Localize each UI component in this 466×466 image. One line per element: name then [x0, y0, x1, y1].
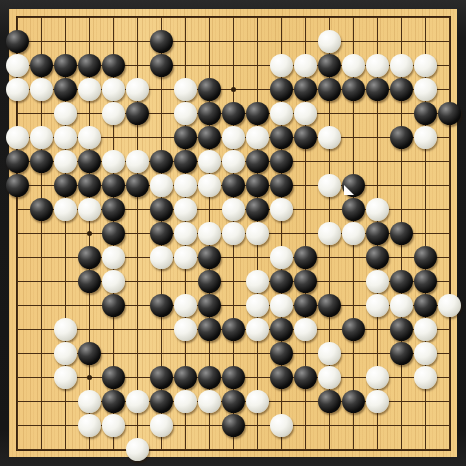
intersection-m5[interactable]	[293, 341, 317, 365]
intersection-o17[interactable]	[341, 53, 365, 77]
intersection-s18[interactable]	[437, 29, 461, 53]
intersection-f6[interactable]	[125, 317, 149, 341]
intersection-p2[interactable]	[365, 413, 389, 437]
intersection-o14[interactable]	[341, 125, 365, 149]
intersection-d5[interactable]	[77, 341, 101, 365]
intersection-c3[interactable]	[53, 389, 77, 413]
intersection-f12[interactable]	[125, 173, 149, 197]
intersection-p15[interactable]	[365, 101, 389, 125]
intersection-n19[interactable]	[317, 5, 341, 29]
intersection-d1[interactable]	[77, 437, 101, 461]
intersection-i1[interactable]	[197, 437, 221, 461]
intersection-d17[interactable]	[77, 53, 101, 77]
intersection-d18[interactable]	[77, 29, 101, 53]
intersection-k16[interactable]	[245, 77, 269, 101]
intersection-b17[interactable]	[29, 53, 53, 77]
intersection-o13[interactable]	[341, 149, 365, 173]
intersection-l10[interactable]	[269, 221, 293, 245]
intersection-k14[interactable]	[245, 125, 269, 149]
intersection-k15[interactable]	[245, 101, 269, 125]
intersection-g7[interactable]	[149, 293, 173, 317]
intersection-s17[interactable]	[437, 53, 461, 77]
intersection-c17[interactable]	[53, 53, 77, 77]
intersection-g5[interactable]	[149, 341, 173, 365]
intersection-f15[interactable]	[125, 101, 149, 125]
intersection-i2[interactable]	[197, 413, 221, 437]
intersection-s13[interactable]	[437, 149, 461, 173]
intersection-s10[interactable]	[437, 221, 461, 245]
intersection-m1[interactable]	[293, 437, 317, 461]
intersection-g17[interactable]	[149, 53, 173, 77]
intersection-m8[interactable]	[293, 269, 317, 293]
intersection-o1[interactable]	[341, 437, 365, 461]
intersection-k1[interactable]	[245, 437, 269, 461]
intersection-h19[interactable]	[173, 5, 197, 29]
intersection-i17[interactable]	[197, 53, 221, 77]
intersection-f13[interactable]	[125, 149, 149, 173]
intersection-j16[interactable]	[221, 77, 245, 101]
intersection-d4[interactable]	[77, 365, 101, 389]
intersection-s16[interactable]	[437, 77, 461, 101]
intersection-h9[interactable]	[173, 245, 197, 269]
intersection-r11[interactable]	[413, 197, 437, 221]
intersection-a16[interactable]	[5, 77, 29, 101]
intersection-r4[interactable]	[413, 365, 437, 389]
intersection-c2[interactable]	[53, 413, 77, 437]
intersection-r10[interactable]	[413, 221, 437, 245]
intersection-m3[interactable]	[293, 389, 317, 413]
intersection-m10[interactable]	[293, 221, 317, 245]
intersection-c16[interactable]	[53, 77, 77, 101]
intersection-k3[interactable]	[245, 389, 269, 413]
intersection-a5[interactable]	[5, 341, 29, 365]
intersection-l18[interactable]	[269, 29, 293, 53]
intersection-p9[interactable]	[365, 245, 389, 269]
intersection-k18[interactable]	[245, 29, 269, 53]
intersection-h5[interactable]	[173, 341, 197, 365]
intersection-o19[interactable]	[341, 5, 365, 29]
intersection-f2[interactable]	[125, 413, 149, 437]
intersection-p8[interactable]	[365, 269, 389, 293]
intersection-e1[interactable]	[101, 437, 125, 461]
intersection-f11[interactable]	[125, 197, 149, 221]
intersection-r8[interactable]	[413, 269, 437, 293]
intersection-l16[interactable]	[269, 77, 293, 101]
intersection-o12[interactable]	[341, 173, 365, 197]
intersection-b9[interactable]	[29, 245, 53, 269]
intersection-b13[interactable]	[29, 149, 53, 173]
intersection-j1[interactable]	[221, 437, 245, 461]
intersection-s2[interactable]	[437, 413, 461, 437]
intersection-e16[interactable]	[101, 77, 125, 101]
intersection-h3[interactable]	[173, 389, 197, 413]
intersection-g14[interactable]	[149, 125, 173, 149]
intersection-n13[interactable]	[317, 149, 341, 173]
intersection-l19[interactable]	[269, 5, 293, 29]
intersection-f16[interactable]	[125, 77, 149, 101]
intersection-e14[interactable]	[101, 125, 125, 149]
intersection-o10[interactable]	[341, 221, 365, 245]
intersection-o3[interactable]	[341, 389, 365, 413]
intersection-o9[interactable]	[341, 245, 365, 269]
intersection-n1[interactable]	[317, 437, 341, 461]
intersection-h1[interactable]	[173, 437, 197, 461]
intersection-n9[interactable]	[317, 245, 341, 269]
intersection-r14[interactable]	[413, 125, 437, 149]
intersection-r16[interactable]	[413, 77, 437, 101]
intersection-e3[interactable]	[101, 389, 125, 413]
intersection-k11[interactable]	[245, 197, 269, 221]
intersection-q16[interactable]	[389, 77, 413, 101]
intersection-j11[interactable]	[221, 197, 245, 221]
intersection-s12[interactable]	[437, 173, 461, 197]
intersection-b18[interactable]	[29, 29, 53, 53]
intersection-q19[interactable]	[389, 5, 413, 29]
intersection-b15[interactable]	[29, 101, 53, 125]
intersection-b8[interactable]	[29, 269, 53, 293]
intersection-r13[interactable]	[413, 149, 437, 173]
intersection-d12[interactable]	[77, 173, 101, 197]
intersection-g11[interactable]	[149, 197, 173, 221]
intersection-s1[interactable]	[437, 437, 461, 461]
intersection-f14[interactable]	[125, 125, 149, 149]
intersection-l6[interactable]	[269, 317, 293, 341]
intersection-f10[interactable]	[125, 221, 149, 245]
intersection-k10[interactable]	[245, 221, 269, 245]
intersection-h11[interactable]	[173, 197, 197, 221]
intersection-g16[interactable]	[149, 77, 173, 101]
intersection-g8[interactable]	[149, 269, 173, 293]
intersection-b10[interactable]	[29, 221, 53, 245]
intersection-b16[interactable]	[29, 77, 53, 101]
intersection-m11[interactable]	[293, 197, 317, 221]
intersection-r3[interactable]	[413, 389, 437, 413]
intersection-j13[interactable]	[221, 149, 245, 173]
intersection-j15[interactable]	[221, 101, 245, 125]
intersection-d16[interactable]	[77, 77, 101, 101]
intersection-j4[interactable]	[221, 365, 245, 389]
intersection-k7[interactable]	[245, 293, 269, 317]
intersection-g19[interactable]	[149, 5, 173, 29]
intersection-i3[interactable]	[197, 389, 221, 413]
intersection-l1[interactable]	[269, 437, 293, 461]
intersection-e6[interactable]	[101, 317, 125, 341]
intersection-f18[interactable]	[125, 29, 149, 53]
intersection-a19[interactable]	[5, 5, 29, 29]
intersection-g6[interactable]	[149, 317, 173, 341]
intersection-i15[interactable]	[197, 101, 221, 125]
intersection-i10[interactable]	[197, 221, 221, 245]
intersection-q4[interactable]	[389, 365, 413, 389]
intersection-i14[interactable]	[197, 125, 221, 149]
intersection-a17[interactable]	[5, 53, 29, 77]
intersection-k19[interactable]	[245, 5, 269, 29]
intersection-p18[interactable]	[365, 29, 389, 53]
intersection-n14[interactable]	[317, 125, 341, 149]
intersection-i5[interactable]	[197, 341, 221, 365]
intersection-o4[interactable]	[341, 365, 365, 389]
intersection-q1[interactable]	[389, 437, 413, 461]
intersection-q9[interactable]	[389, 245, 413, 269]
intersection-c19[interactable]	[53, 5, 77, 29]
intersection-s9[interactable]	[437, 245, 461, 269]
intersection-h6[interactable]	[173, 317, 197, 341]
intersection-e8[interactable]	[101, 269, 125, 293]
intersection-l17[interactable]	[269, 53, 293, 77]
intersection-e10[interactable]	[101, 221, 125, 245]
intersection-n2[interactable]	[317, 413, 341, 437]
intersection-g9[interactable]	[149, 245, 173, 269]
intersection-h10[interactable]	[173, 221, 197, 245]
intersection-r12[interactable]	[413, 173, 437, 197]
intersection-g2[interactable]	[149, 413, 173, 437]
intersection-n5[interactable]	[317, 341, 341, 365]
intersection-m19[interactable]	[293, 5, 317, 29]
intersection-p11[interactable]	[365, 197, 389, 221]
intersection-a10[interactable]	[5, 221, 29, 245]
intersection-l14[interactable]	[269, 125, 293, 149]
intersection-e9[interactable]	[101, 245, 125, 269]
intersection-s15[interactable]	[437, 101, 461, 125]
intersection-s3[interactable]	[437, 389, 461, 413]
intersection-q2[interactable]	[389, 413, 413, 437]
intersection-f4[interactable]	[125, 365, 149, 389]
intersection-s4[interactable]	[437, 365, 461, 389]
intersection-p3[interactable]	[365, 389, 389, 413]
intersection-q6[interactable]	[389, 317, 413, 341]
intersection-r17[interactable]	[413, 53, 437, 77]
intersection-i4[interactable]	[197, 365, 221, 389]
intersection-k9[interactable]	[245, 245, 269, 269]
intersection-h8[interactable]	[173, 269, 197, 293]
intersection-k4[interactable]	[245, 365, 269, 389]
intersection-a7[interactable]	[5, 293, 29, 317]
intersection-f19[interactable]	[125, 5, 149, 29]
intersection-j10[interactable]	[221, 221, 245, 245]
intersection-s14[interactable]	[437, 125, 461, 149]
intersection-a15[interactable]	[5, 101, 29, 125]
intersection-c6[interactable]	[53, 317, 77, 341]
intersection-g10[interactable]	[149, 221, 173, 245]
intersection-l4[interactable]	[269, 365, 293, 389]
intersection-d19[interactable]	[77, 5, 101, 29]
intersection-p10[interactable]	[365, 221, 389, 245]
intersection-r9[interactable]	[413, 245, 437, 269]
intersection-n15[interactable]	[317, 101, 341, 125]
intersection-n16[interactable]	[317, 77, 341, 101]
intersection-e2[interactable]	[101, 413, 125, 437]
intersection-e15[interactable]	[101, 101, 125, 125]
intersection-i16[interactable]	[197, 77, 221, 101]
intersection-s6[interactable]	[437, 317, 461, 341]
intersection-f1[interactable]	[125, 437, 149, 461]
intersection-a2[interactable]	[5, 413, 29, 437]
intersection-r6[interactable]	[413, 317, 437, 341]
intersection-p13[interactable]	[365, 149, 389, 173]
intersection-c11[interactable]	[53, 197, 77, 221]
intersection-q3[interactable]	[389, 389, 413, 413]
intersection-p7[interactable]	[365, 293, 389, 317]
intersection-j8[interactable]	[221, 269, 245, 293]
intersection-l11[interactable]	[269, 197, 293, 221]
intersection-r1[interactable]	[413, 437, 437, 461]
intersection-j17[interactable]	[221, 53, 245, 77]
intersection-l8[interactable]	[269, 269, 293, 293]
intersection-b3[interactable]	[29, 389, 53, 413]
intersection-s8[interactable]	[437, 269, 461, 293]
intersection-o6[interactable]	[341, 317, 365, 341]
intersection-m17[interactable]	[293, 53, 317, 77]
intersection-k8[interactable]	[245, 269, 269, 293]
intersection-e12[interactable]	[101, 173, 125, 197]
intersection-q12[interactable]	[389, 173, 413, 197]
intersection-g12[interactable]	[149, 173, 173, 197]
intersection-p14[interactable]	[365, 125, 389, 149]
intersection-f17[interactable]	[125, 53, 149, 77]
intersection-c7[interactable]	[53, 293, 77, 317]
intersection-n11[interactable]	[317, 197, 341, 221]
intersection-a11[interactable]	[5, 197, 29, 221]
intersection-o5[interactable]	[341, 341, 365, 365]
intersection-c14[interactable]	[53, 125, 77, 149]
intersection-h17[interactable]	[173, 53, 197, 77]
intersection-s11[interactable]	[437, 197, 461, 221]
intersection-a18[interactable]	[5, 29, 29, 53]
intersection-h7[interactable]	[173, 293, 197, 317]
intersection-h16[interactable]	[173, 77, 197, 101]
intersection-p4[interactable]	[365, 365, 389, 389]
intersection-e13[interactable]	[101, 149, 125, 173]
intersection-i18[interactable]	[197, 29, 221, 53]
intersection-b2[interactable]	[29, 413, 53, 437]
intersection-k2[interactable]	[245, 413, 269, 437]
intersection-r15[interactable]	[413, 101, 437, 125]
intersection-m15[interactable]	[293, 101, 317, 125]
intersection-c1[interactable]	[53, 437, 77, 461]
intersection-g13[interactable]	[149, 149, 173, 173]
intersection-d2[interactable]	[77, 413, 101, 437]
intersection-h4[interactable]	[173, 365, 197, 389]
intersection-b19[interactable]	[29, 5, 53, 29]
intersection-l13[interactable]	[269, 149, 293, 173]
intersection-l5[interactable]	[269, 341, 293, 365]
intersection-o15[interactable]	[341, 101, 365, 125]
intersection-c8[interactable]	[53, 269, 77, 293]
intersection-j19[interactable]	[221, 5, 245, 29]
intersection-m18[interactable]	[293, 29, 317, 53]
intersection-g18[interactable]	[149, 29, 173, 53]
intersection-f9[interactable]	[125, 245, 149, 269]
intersection-h15[interactable]	[173, 101, 197, 125]
intersection-c13[interactable]	[53, 149, 77, 173]
intersection-f3[interactable]	[125, 389, 149, 413]
intersection-n12[interactable]	[317, 173, 341, 197]
intersection-n4[interactable]	[317, 365, 341, 389]
intersection-q7[interactable]	[389, 293, 413, 317]
intersection-q8[interactable]	[389, 269, 413, 293]
intersection-g1[interactable]	[149, 437, 173, 461]
intersection-b12[interactable]	[29, 173, 53, 197]
intersection-i6[interactable]	[197, 317, 221, 341]
intersection-a13[interactable]	[5, 149, 29, 173]
intersection-b4[interactable]	[29, 365, 53, 389]
intersection-j6[interactable]	[221, 317, 245, 341]
intersection-g3[interactable]	[149, 389, 173, 413]
intersection-q13[interactable]	[389, 149, 413, 173]
intersection-f5[interactable]	[125, 341, 149, 365]
intersection-i13[interactable]	[197, 149, 221, 173]
intersection-e4[interactable]	[101, 365, 125, 389]
intersection-e18[interactable]	[101, 29, 125, 53]
intersection-r2[interactable]	[413, 413, 437, 437]
intersection-c15[interactable]	[53, 101, 77, 125]
intersection-i9[interactable]	[197, 245, 221, 269]
intersection-a1[interactable]	[5, 437, 29, 461]
intersection-d6[interactable]	[77, 317, 101, 341]
intersection-h14[interactable]	[173, 125, 197, 149]
intersection-f8[interactable]	[125, 269, 149, 293]
intersection-p1[interactable]	[365, 437, 389, 461]
intersection-c10[interactable]	[53, 221, 77, 245]
intersection-n10[interactable]	[317, 221, 341, 245]
intersection-d13[interactable]	[77, 149, 101, 173]
intersection-n17[interactable]	[317, 53, 341, 77]
intersection-p17[interactable]	[365, 53, 389, 77]
intersection-n7[interactable]	[317, 293, 341, 317]
intersection-n18[interactable]	[317, 29, 341, 53]
intersection-j12[interactable]	[221, 173, 245, 197]
intersection-j5[interactable]	[221, 341, 245, 365]
intersection-q11[interactable]	[389, 197, 413, 221]
intersection-l15[interactable]	[269, 101, 293, 125]
intersection-e11[interactable]	[101, 197, 125, 221]
intersection-o8[interactable]	[341, 269, 365, 293]
intersection-n3[interactable]	[317, 389, 341, 413]
intersection-n8[interactable]	[317, 269, 341, 293]
intersection-g15[interactable]	[149, 101, 173, 125]
intersection-j3[interactable]	[221, 389, 245, 413]
intersection-n6[interactable]	[317, 317, 341, 341]
intersection-d15[interactable]	[77, 101, 101, 125]
intersection-d11[interactable]	[77, 197, 101, 221]
intersection-e19[interactable]	[101, 5, 125, 29]
intersection-c12[interactable]	[53, 173, 77, 197]
intersection-b7[interactable]	[29, 293, 53, 317]
intersection-l2[interactable]	[269, 413, 293, 437]
intersection-r5[interactable]	[413, 341, 437, 365]
intersection-k13[interactable]	[245, 149, 269, 173]
intersection-s7[interactable]	[437, 293, 461, 317]
intersection-c5[interactable]	[53, 341, 77, 365]
intersection-q10[interactable]	[389, 221, 413, 245]
intersection-a6[interactable]	[5, 317, 29, 341]
intersection-b1[interactable]	[29, 437, 53, 461]
intersection-f7[interactable]	[125, 293, 149, 317]
intersection-b11[interactable]	[29, 197, 53, 221]
intersection-m6[interactable]	[293, 317, 317, 341]
intersection-e17[interactable]	[101, 53, 125, 77]
intersection-m9[interactable]	[293, 245, 317, 269]
intersection-l9[interactable]	[269, 245, 293, 269]
intersection-a4[interactable]	[5, 365, 29, 389]
intersection-c9[interactable]	[53, 245, 77, 269]
intersection-m2[interactable]	[293, 413, 317, 437]
intersection-a9[interactable]	[5, 245, 29, 269]
intersection-o11[interactable]	[341, 197, 365, 221]
intersection-o2[interactable]	[341, 413, 365, 437]
intersection-e5[interactable]	[101, 341, 125, 365]
intersection-p6[interactable]	[365, 317, 389, 341]
